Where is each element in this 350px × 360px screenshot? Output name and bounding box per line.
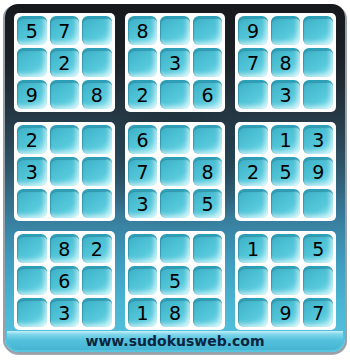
cell-r8c5[interactable]: 5 [160,266,190,295]
cell-r9c2[interactable]: 3 [50,298,80,327]
cell-r9c7[interactable] [238,298,268,327]
cell-r1c3[interactable] [82,16,112,45]
cell-r7c1[interactable] [17,234,47,263]
cell-r3c5[interactable] [160,80,190,109]
cell-r5c4[interactable]: 7 [128,157,158,186]
cell-r1c8[interactable] [271,16,301,45]
cell-r4c7[interactable] [238,125,268,154]
cell-r5c5[interactable] [160,157,190,186]
cell-r2c4[interactable] [128,48,158,77]
cell-r9c3[interactable] [82,298,112,327]
cell-r4c8[interactable]: 1 [271,125,301,154]
cell-r2c7[interactable]: 7 [238,48,268,77]
cell-r4c4[interactable]: 6 [128,125,158,154]
cell-r6c2[interactable] [50,189,80,218]
cell-r3c8[interactable]: 3 [271,80,301,109]
box-3-2: 518 [125,231,226,330]
cell-r7c9[interactable]: 5 [303,234,333,263]
cell-r9c4[interactable]: 1 [128,298,158,327]
cell-r3c2[interactable] [50,80,80,109]
cell-r9c9[interactable]: 7 [303,298,333,327]
box-3-3: 1597 [235,231,336,330]
cell-r6c3[interactable] [82,189,112,218]
cell-r8c3[interactable] [82,266,112,295]
cell-r6c6[interactable]: 5 [193,189,223,218]
sudoku-board: 572988326978323678351325982635181597 www… [5,4,345,352]
cell-r7c4[interactable] [128,234,158,263]
cell-r3c1[interactable]: 9 [17,80,47,109]
cell-r4c5[interactable] [160,125,190,154]
cell-r9c8[interactable]: 9 [271,298,301,327]
cell-r6c9[interactable] [303,189,333,218]
cell-r6c5[interactable] [160,189,190,218]
cell-r5c7[interactable]: 2 [238,157,268,186]
site-link[interactable]: www.sudokusweb.com [85,333,264,349]
cell-r7c8[interactable] [271,234,301,263]
cell-r4c6[interactable] [193,125,223,154]
cell-r4c3[interactable] [82,125,112,154]
cell-r8c6[interactable] [193,266,223,295]
cell-r9c6[interactable] [193,298,223,327]
cell-r1c9[interactable] [303,16,333,45]
cell-r7c6[interactable] [193,234,223,263]
cell-r2c5[interactable]: 3 [160,48,190,77]
cell-r3c6[interactable]: 6 [193,80,223,109]
box-2-3: 13259 [235,122,336,221]
box-2-2: 67835 [125,122,226,221]
cell-r6c4[interactable]: 3 [128,189,158,218]
cell-r2c1[interactable] [17,48,47,77]
box-3-1: 8263 [14,231,115,330]
cell-r6c7[interactable] [238,189,268,218]
cell-r1c6[interactable] [193,16,223,45]
cell-r7c7[interactable]: 1 [238,234,268,263]
cell-r7c3[interactable]: 2 [82,234,112,263]
cell-r8c9[interactable] [303,266,333,295]
cell-r4c2[interactable] [50,125,80,154]
cell-r4c1[interactable]: 2 [17,125,47,154]
cell-r2c8[interactable]: 8 [271,48,301,77]
cell-r5c1[interactable]: 3 [17,157,47,186]
cell-r5c2[interactable] [50,157,80,186]
box-1-2: 8326 [125,13,226,112]
cell-r1c5[interactable] [160,16,190,45]
cell-r7c2[interactable]: 8 [50,234,80,263]
cell-r3c9[interactable] [303,80,333,109]
cell-r8c8[interactable] [271,266,301,295]
cell-r5c3[interactable] [82,157,112,186]
cell-r2c3[interactable] [82,48,112,77]
cell-r3c4[interactable]: 2 [128,80,158,109]
cell-r2c6[interactable] [193,48,223,77]
cell-r1c2[interactable]: 7 [50,16,80,45]
sudoku-grid: 572988326978323678351325982635181597 [14,13,336,330]
cell-r6c8[interactable] [271,189,301,218]
footer-bar: www.sudokusweb.com [7,331,343,350]
cell-r2c9[interactable] [303,48,333,77]
sudoku-page: 572988326978323678351325982635181597 www… [0,0,350,360]
cell-r2c2[interactable]: 2 [50,48,80,77]
cell-r8c4[interactable] [128,266,158,295]
cell-r5c9[interactable]: 9 [303,157,333,186]
cell-r1c7[interactable]: 9 [238,16,268,45]
box-1-3: 9783 [235,13,336,112]
cell-r3c3[interactable]: 8 [82,80,112,109]
cell-r1c1[interactable]: 5 [17,16,47,45]
cell-r8c1[interactable] [17,266,47,295]
cell-r3c7[interactable] [238,80,268,109]
box-2-1: 23 [14,122,115,221]
cell-r9c1[interactable] [17,298,47,327]
cell-r5c8[interactable]: 5 [271,157,301,186]
cell-r8c7[interactable] [238,266,268,295]
cell-r4c9[interactable]: 3 [303,125,333,154]
cell-r1c4[interactable]: 8 [128,16,158,45]
cell-r5c6[interactable]: 8 [193,157,223,186]
cell-r7c5[interactable] [160,234,190,263]
cell-r6c1[interactable] [17,189,47,218]
cell-r8c2[interactable]: 6 [50,266,80,295]
cell-r9c5[interactable]: 8 [160,298,190,327]
box-1-1: 57298 [14,13,115,112]
